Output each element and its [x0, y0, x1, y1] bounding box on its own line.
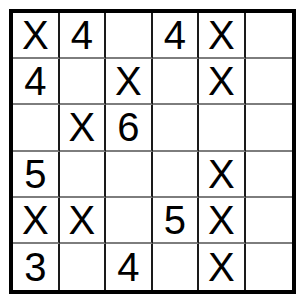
- cell-r6c2[interactable]: [60, 244, 107, 290]
- cell-r5c3[interactable]: [106, 198, 153, 244]
- cell-r2c2[interactable]: [60, 59, 107, 105]
- puzzle-board: X 4 4 X 4 X X X 6 5 X X X 5 X 3 4 X: [9, 9, 296, 294]
- cell-r3c2[interactable]: X: [60, 105, 107, 151]
- cell-r6c3[interactable]: 4: [106, 244, 153, 290]
- cell-r4c2[interactable]: [60, 152, 107, 198]
- cell-r3c6[interactable]: [246, 105, 293, 151]
- cell-r2c4[interactable]: [153, 59, 200, 105]
- cell-r6c1[interactable]: 3: [13, 244, 60, 290]
- cell-r6c4[interactable]: [153, 244, 200, 290]
- cell-r6c6[interactable]: [246, 244, 293, 290]
- cell-r4c5[interactable]: X: [199, 152, 246, 198]
- cell-r1c2[interactable]: 4: [60, 13, 107, 59]
- cell-r1c5[interactable]: X: [199, 13, 246, 59]
- cell-r6c5[interactable]: X: [199, 244, 246, 290]
- cell-r1c1[interactable]: X: [13, 13, 60, 59]
- page: X 4 4 X 4 X X X 6 5 X X X 5 X 3 4 X: [0, 0, 305, 302]
- cell-r4c4[interactable]: [153, 152, 200, 198]
- cell-r2c1[interactable]: 4: [13, 59, 60, 105]
- cell-r3c5[interactable]: [199, 105, 246, 151]
- cell-r3c3[interactable]: 6: [106, 105, 153, 151]
- cell-r1c3[interactable]: [106, 13, 153, 59]
- cell-r5c2[interactable]: X: [60, 198, 107, 244]
- cell-r2c5[interactable]: X: [199, 59, 246, 105]
- cell-r5c4[interactable]: 5: [153, 198, 200, 244]
- cell-r5c6[interactable]: [246, 198, 293, 244]
- cell-r5c1[interactable]: X: [13, 198, 60, 244]
- cell-r1c4[interactable]: 4: [153, 13, 200, 59]
- cell-r3c1[interactable]: [13, 105, 60, 151]
- cell-r2c3[interactable]: X: [106, 59, 153, 105]
- cell-r2c6[interactable]: [246, 59, 293, 105]
- cell-r4c3[interactable]: [106, 152, 153, 198]
- cell-r3c4[interactable]: [153, 105, 200, 151]
- cell-r4c1[interactable]: 5: [13, 152, 60, 198]
- cell-r5c5[interactable]: X: [199, 198, 246, 244]
- cell-r4c6[interactable]: [246, 152, 293, 198]
- cell-r1c6[interactable]: [246, 13, 293, 59]
